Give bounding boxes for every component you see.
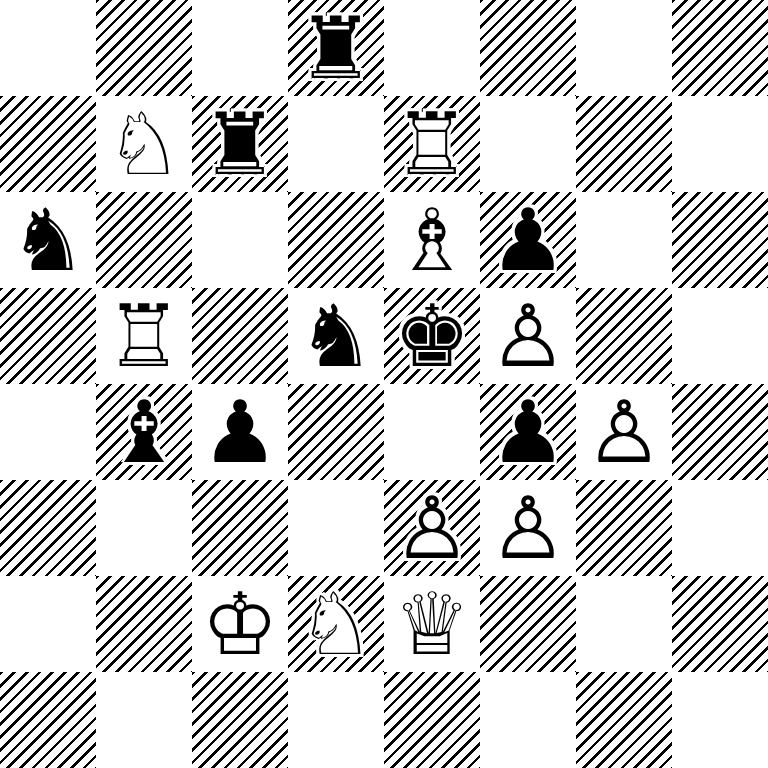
square-f8[interactable]: [480, 0, 576, 96]
square-c1[interactable]: [192, 672, 288, 768]
square-f7[interactable]: [480, 96, 576, 192]
square-d6[interactable]: [288, 192, 384, 288]
square-h5[interactable]: [672, 288, 768, 384]
square-a3[interactable]: [0, 480, 96, 576]
white-knight-icon-fill: ♞: [96, 96, 192, 192]
white-pawn-icon: ♙: [384, 480, 480, 576]
square-e3[interactable]: ♟♙: [384, 480, 480, 576]
square-b2[interactable]: [96, 576, 192, 672]
square-c8[interactable]: [192, 0, 288, 96]
white-king-icon-fill: ♚: [192, 576, 288, 672]
square-a4[interactable]: [0, 384, 96, 480]
square-f6[interactable]: ♟: [480, 192, 576, 288]
white-bishop-icon: ♗: [384, 192, 480, 288]
square-g7[interactable]: [576, 96, 672, 192]
square-g1[interactable]: [576, 672, 672, 768]
white-queen-icon: ♕: [384, 576, 480, 672]
white-rook-icon: ♖: [384, 96, 480, 192]
black-pawn-icon: ♟: [480, 192, 576, 288]
square-b5[interactable]: ♜♖: [96, 288, 192, 384]
square-a5[interactable]: [0, 288, 96, 384]
white-bishop-icon-fill: ♝: [384, 192, 480, 288]
square-c5[interactable]: [192, 288, 288, 384]
white-pawn-icon-fill: ♟: [384, 480, 480, 576]
square-e2[interactable]: ♛♕: [384, 576, 480, 672]
white-pawn-icon: ♙: [480, 288, 576, 384]
square-e6[interactable]: ♝♗: [384, 192, 480, 288]
square-d2[interactable]: ♞♘: [288, 576, 384, 672]
square-g4[interactable]: ♟♙: [576, 384, 672, 480]
square-a6[interactable]: ♞: [0, 192, 96, 288]
black-rook-icon: ♜: [288, 0, 384, 96]
square-d3[interactable]: [288, 480, 384, 576]
square-b8[interactable]: [96, 0, 192, 96]
square-f4[interactable]: ♟: [480, 384, 576, 480]
square-d1[interactable]: [288, 672, 384, 768]
white-king-icon: ♔: [192, 576, 288, 672]
white-pawn-icon-fill: ♟: [480, 480, 576, 576]
white-knight-icon: ♘: [96, 96, 192, 192]
square-f1[interactable]: [480, 672, 576, 768]
square-b6[interactable]: [96, 192, 192, 288]
square-e1[interactable]: [384, 672, 480, 768]
black-knight-icon: ♞: [0, 192, 96, 288]
square-d5[interactable]: ♞: [288, 288, 384, 384]
square-b3[interactable]: [96, 480, 192, 576]
square-a1[interactable]: [0, 672, 96, 768]
square-h7[interactable]: [672, 96, 768, 192]
square-g3[interactable]: [576, 480, 672, 576]
white-knight-icon: ♘: [288, 576, 384, 672]
square-e5[interactable]: ♚: [384, 288, 480, 384]
square-c7[interactable]: ♜: [192, 96, 288, 192]
square-d7[interactable]: [288, 96, 384, 192]
white-queen-icon-fill: ♛: [384, 576, 480, 672]
white-rook-icon: ♖: [96, 288, 192, 384]
square-c2[interactable]: ♚♔: [192, 576, 288, 672]
square-b1[interactable]: [96, 672, 192, 768]
square-d8[interactable]: ♜: [288, 0, 384, 96]
square-b7[interactable]: ♞♘: [96, 96, 192, 192]
white-pawn-icon-fill: ♟: [480, 288, 576, 384]
square-c3[interactable]: [192, 480, 288, 576]
square-c4[interactable]: ♟: [192, 384, 288, 480]
square-e7[interactable]: ♜♖: [384, 96, 480, 192]
square-f5[interactable]: ♟♙: [480, 288, 576, 384]
black-pawn-icon: ♟: [480, 384, 576, 480]
white-rook-icon-fill: ♜: [384, 96, 480, 192]
white-pawn-icon-fill: ♟: [576, 384, 672, 480]
square-f2[interactable]: [480, 576, 576, 672]
white-knight-icon-fill: ♞: [288, 576, 384, 672]
black-king-icon: ♚: [384, 288, 480, 384]
square-a8[interactable]: [0, 0, 96, 96]
black-pawn-icon: ♟: [192, 384, 288, 480]
black-rook-icon: ♜: [192, 96, 288, 192]
square-g6[interactable]: [576, 192, 672, 288]
square-f3[interactable]: ♟♙: [480, 480, 576, 576]
chess-board: ♜♞♘♜♜♖♞♝♗♟♜♖♞♚♟♙♝♟♟♟♙♟♙♟♙♚♔♞♘♛♕: [0, 0, 768, 768]
white-rook-icon-fill: ♜: [96, 288, 192, 384]
white-pawn-icon: ♙: [480, 480, 576, 576]
square-e8[interactable]: [384, 0, 480, 96]
white-pawn-icon: ♙: [576, 384, 672, 480]
black-knight-icon: ♞: [288, 288, 384, 384]
square-g8[interactable]: [576, 0, 672, 96]
square-a2[interactable]: [0, 576, 96, 672]
square-h4[interactable]: [672, 384, 768, 480]
square-h2[interactable]: [672, 576, 768, 672]
black-bishop-icon: ♝: [96, 384, 192, 480]
square-g5[interactable]: [576, 288, 672, 384]
square-h8[interactable]: [672, 0, 768, 96]
square-a7[interactable]: [0, 96, 96, 192]
square-g2[interactable]: [576, 576, 672, 672]
square-h3[interactable]: [672, 480, 768, 576]
square-d4[interactable]: [288, 384, 384, 480]
square-b4[interactable]: ♝: [96, 384, 192, 480]
square-c6[interactable]: [192, 192, 288, 288]
square-e4[interactable]: [384, 384, 480, 480]
square-h6[interactable]: [672, 192, 768, 288]
square-h1[interactable]: [672, 672, 768, 768]
